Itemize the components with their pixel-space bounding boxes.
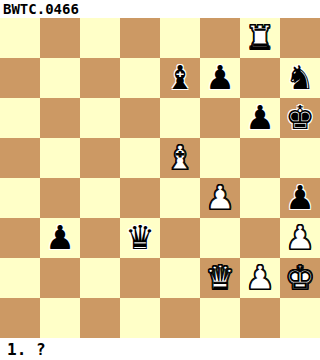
black-queen: ♛ xyxy=(125,218,155,258)
square-d7[interactable] xyxy=(120,58,160,98)
square-g1[interactable] xyxy=(240,298,280,338)
square-h2[interactable]: ♚ xyxy=(280,258,320,298)
square-c4[interactable] xyxy=(80,178,120,218)
square-e8[interactable] xyxy=(160,18,200,58)
square-d4[interactable] xyxy=(120,178,160,218)
square-a1[interactable] xyxy=(0,298,40,338)
black-knight: ♞ xyxy=(285,58,315,98)
square-f5[interactable] xyxy=(200,138,240,178)
square-h4[interactable]: ♟ xyxy=(280,178,320,218)
square-c1[interactable] xyxy=(80,298,120,338)
square-a3[interactable] xyxy=(0,218,40,258)
square-e6[interactable] xyxy=(160,98,200,138)
square-f1[interactable] xyxy=(200,298,240,338)
square-e4[interactable] xyxy=(160,178,200,218)
square-e2[interactable] xyxy=(160,258,200,298)
square-a4[interactable] xyxy=(0,178,40,218)
square-b4[interactable] xyxy=(40,178,80,218)
black-pawn: ♟ xyxy=(245,98,275,138)
square-a8[interactable] xyxy=(0,18,40,58)
square-g3[interactable] xyxy=(240,218,280,258)
white-rook: ♜ xyxy=(245,18,275,58)
square-c2[interactable] xyxy=(80,258,120,298)
white-king: ♚ xyxy=(285,258,315,298)
square-h8[interactable] xyxy=(280,18,320,58)
puzzle-header: BWTC.0466 xyxy=(0,0,320,18)
puzzle-id-label: BWTC.0466 xyxy=(3,0,79,18)
square-d5[interactable] xyxy=(120,138,160,178)
square-e3[interactable] xyxy=(160,218,200,258)
white-bishop: ♝ xyxy=(165,138,195,178)
square-f8[interactable] xyxy=(200,18,240,58)
square-h3[interactable]: ♟ xyxy=(280,218,320,258)
black-pawn: ♟ xyxy=(205,58,235,98)
square-d2[interactable] xyxy=(120,258,160,298)
square-e5[interactable]: ♝ xyxy=(160,138,200,178)
square-c8[interactable] xyxy=(80,18,120,58)
square-b1[interactable] xyxy=(40,298,80,338)
black-pawn: ♟ xyxy=(285,178,315,218)
square-h7[interactable]: ♞ xyxy=(280,58,320,98)
square-e7[interactable]: ♝ xyxy=(160,58,200,98)
square-b8[interactable] xyxy=(40,18,80,58)
black-king: ♚ xyxy=(285,98,315,138)
square-b6[interactable] xyxy=(40,98,80,138)
square-c6[interactable] xyxy=(80,98,120,138)
square-b3[interactable]: ♟ xyxy=(40,218,80,258)
square-f2[interactable]: ♛ xyxy=(200,258,240,298)
square-g2[interactable]: ♟ xyxy=(240,258,280,298)
black-pawn: ♟ xyxy=(45,218,75,258)
square-b2[interactable] xyxy=(40,258,80,298)
square-h1[interactable] xyxy=(280,298,320,338)
square-a6[interactable] xyxy=(0,98,40,138)
chess-board: ♜♝♟♞♟♚♝♟♟♟♛♟♛♟♚ xyxy=(0,18,320,338)
square-b5[interactable] xyxy=(40,138,80,178)
square-a7[interactable] xyxy=(0,58,40,98)
square-a2[interactable] xyxy=(0,258,40,298)
square-g8[interactable]: ♜ xyxy=(240,18,280,58)
white-pawn: ♟ xyxy=(285,218,315,258)
square-f7[interactable]: ♟ xyxy=(200,58,240,98)
white-queen: ♛ xyxy=(205,258,235,298)
square-d1[interactable] xyxy=(120,298,160,338)
square-c5[interactable] xyxy=(80,138,120,178)
square-e1[interactable] xyxy=(160,298,200,338)
square-d3[interactable]: ♛ xyxy=(120,218,160,258)
square-g6[interactable]: ♟ xyxy=(240,98,280,138)
square-c7[interactable] xyxy=(80,58,120,98)
black-bishop: ♝ xyxy=(165,58,195,98)
white-pawn: ♟ xyxy=(205,178,235,218)
square-f3[interactable] xyxy=(200,218,240,258)
white-pawn: ♟ xyxy=(245,258,275,298)
move-prompt-bar: 1. ? xyxy=(0,338,320,360)
square-g4[interactable] xyxy=(240,178,280,218)
move-prompt-label: 1. ? xyxy=(7,340,46,359)
square-d8[interactable] xyxy=(120,18,160,58)
square-c3[interactable] xyxy=(80,218,120,258)
square-g5[interactable] xyxy=(240,138,280,178)
square-b7[interactable] xyxy=(40,58,80,98)
square-f6[interactable] xyxy=(200,98,240,138)
square-d6[interactable] xyxy=(120,98,160,138)
square-a5[interactable] xyxy=(0,138,40,178)
square-f4[interactable]: ♟ xyxy=(200,178,240,218)
square-h6[interactable]: ♚ xyxy=(280,98,320,138)
square-g7[interactable] xyxy=(240,58,280,98)
square-h5[interactable] xyxy=(280,138,320,178)
